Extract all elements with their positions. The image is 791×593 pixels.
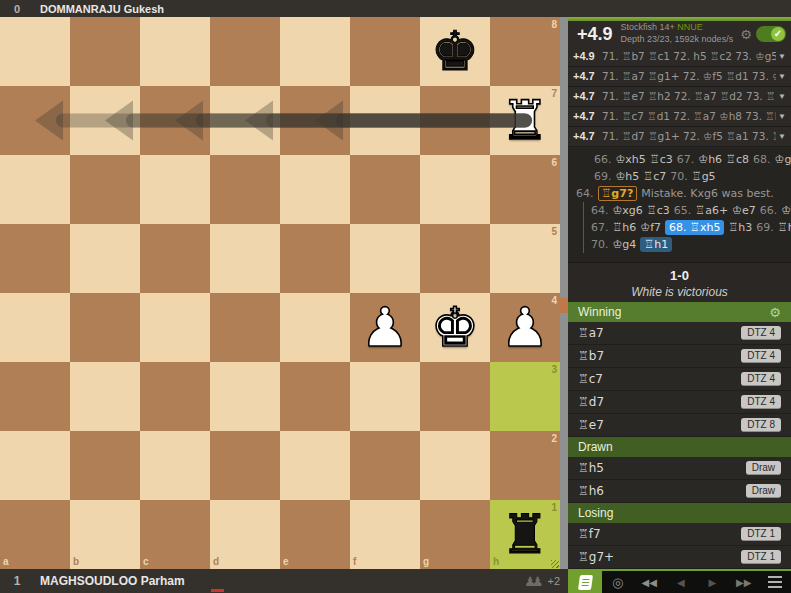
square-a1[interactable]: a: [0, 500, 70, 569]
square-a6[interactable]: [0, 155, 70, 224]
tablebase-title: Winning: [578, 305, 621, 319]
square-h4[interactable]: 4♟: [490, 293, 560, 362]
square-a7[interactable]: [0, 86, 70, 155]
dtz-badge: Draw: [746, 484, 781, 498]
tablebase-move-label: ♖d7: [578, 395, 604, 409]
variation-row: 67.♖h6♔f768. ♖xh5♖h369.♖h7+♔g8: [591, 219, 791, 236]
move-token: 70.: [591, 238, 609, 251]
board-resize-handle[interactable]: [551, 560, 559, 568]
square-g6[interactable]: [420, 155, 490, 224]
expand-line-icon[interactable]: ▼: [778, 72, 786, 81]
move-token[interactable]: ♖h6: [613, 221, 637, 234]
move-token[interactable]: ♖c3: [650, 153, 673, 166]
variation-row: 64.♔xg6♖c365.♖a6+♔e766.♔xf5♖xg3: [591, 202, 791, 219]
move-token[interactable]: ♔g4: [613, 238, 637, 251]
square-e5[interactable]: [280, 224, 350, 293]
tablebase-move-f7[interactable]: ♖f7DTZ 1: [568, 523, 791, 546]
result-block: 1-0 White is victorious: [568, 262, 791, 302]
square-d3[interactable]: [210, 362, 280, 431]
tablebase-header-losing: Losing: [568, 503, 791, 523]
square-g8[interactable]: ♚: [420, 17, 490, 86]
square-c4[interactable]: [140, 293, 210, 362]
engine-eval: +4.9: [577, 24, 613, 45]
rank-label-6: 6: [551, 158, 557, 168]
dtz-badge: DTZ 1: [741, 527, 781, 541]
line-eval: +4.9: [573, 50, 602, 62]
book-icon: [577, 575, 592, 590]
tablebase-move-label: ♖g7+: [578, 550, 614, 564]
move-token[interactable]: ♔f7: [640, 221, 661, 234]
expand-line-icon[interactable]: ▼: [778, 112, 786, 121]
previous-move-button[interactable]: ◀: [665, 571, 697, 593]
tablebase-title: Losing: [578, 506, 613, 520]
rank-label-8: 8: [551, 20, 557, 30]
move-token: 67.: [677, 153, 695, 166]
move-token: 69.: [594, 170, 612, 183]
square-a5[interactable]: [0, 224, 70, 293]
tablebase-move-a7[interactable]: ♖a7DTZ 4: [568, 322, 791, 345]
square-a4[interactable]: [0, 293, 70, 362]
move-list: 66.♔xh5♖c367.♔h6♖c868.♔g5♖c369.♔h5♖c770.…: [568, 147, 791, 263]
analysis-book-button[interactable]: [568, 571, 602, 593]
line-moves: 71. ♖e7 ♖h2 72. ♖a7 ♖d2 73. ♖b7 ♔h8...: [602, 90, 776, 102]
square-d2[interactable]: [210, 431, 280, 500]
square-g5[interactable]: [420, 224, 490, 293]
dtz-badge: DTZ 4: [741, 326, 781, 340]
tablebase-header-winning: Winning⚙: [568, 302, 791, 322]
file-label-g: g: [423, 557, 429, 567]
move-token: 65.: [674, 204, 692, 217]
move-token: 70.: [670, 170, 688, 183]
square-e3[interactable]: [280, 362, 350, 431]
engine-header: +4.9 Stockfish 14+ NNUE Depth 23/23, 159…: [568, 21, 791, 46]
expand-line-icon[interactable]: ▼: [778, 132, 786, 141]
top-player-name: DOMMANRAJU Gukesh: [40, 3, 164, 15]
last-move-button[interactable]: ▶▶: [728, 571, 760, 593]
chess-board[interactable]: ♚87♜65♟♚4♟32abcdefg1h♜: [0, 17, 560, 569]
line-moves: 71. ♖d7 ♖g1+ 72. ♔f5 ♖a1 73. ♖b7 ♖a...: [602, 130, 776, 142]
square-a3[interactable]: [0, 362, 70, 431]
engine-line-1[interactable]: +4.971. ♖b7 ♖c1 72. h5 ♖c2 73. ♔g5 ♖c3 7…: [568, 47, 791, 67]
dtz-badge: DTZ 4: [741, 395, 781, 409]
tablebase-move-e7[interactable]: ♖e7DTZ 8: [568, 414, 791, 437]
move-row: 69.♔h5♖c770.♖g5: [568, 168, 791, 185]
dtz-badge: DTZ 8: [741, 418, 781, 432]
bottom-toolbar: ◎ ◀◀ ◀ ▶ ▶▶: [568, 569, 791, 593]
square-b2[interactable]: [70, 431, 140, 500]
file-label-e: e: [283, 557, 289, 567]
move-token[interactable]: ♖g5: [692, 170, 716, 183]
engine-name: Stockfish 14+: [621, 22, 675, 32]
move-row: 66.♔xh5♖c367.♔h6♖c868.♔g5♖c3: [568, 151, 791, 168]
top-player-bar: 0 DOMMANRAJU Gukesh: [0, 0, 791, 17]
square-c6[interactable]: [140, 155, 210, 224]
line-moves: 71. ♖c7 ♖d1 72. ♖a7 ♔h8 73. ♖b7 ♖d3...: [602, 110, 776, 122]
square-c5[interactable]: [140, 224, 210, 293]
gauge-marker: [560, 298, 568, 313]
tablebase-move-b7[interactable]: ♖b7DTZ 4: [568, 345, 791, 368]
line-eval: +4.7: [573, 70, 602, 82]
square-g4[interactable]: ♚: [420, 293, 490, 362]
move-token: 66.: [594, 153, 612, 166]
line-moves: 71. ♖a7 ♖g1+ 72. ♔f5 ♖d1 73. ♔f6 ♖d6...: [602, 70, 776, 82]
engine-line-2[interactable]: +4.771. ♖a7 ♖g1+ 72. ♔f5 ♖d1 73. ♔f6 ♖d6…: [568, 67, 791, 87]
engine-depth: Depth 23/23, 1592k nodes/s: [621, 34, 741, 46]
square-f3[interactable]: [350, 362, 420, 431]
move-token[interactable]: ♔xg6: [613, 204, 643, 217]
chess-analysis-app: 0 DOMMANRAJU Gukesh ♚87♜65♟♚4♟32abcdefg1…: [0, 0, 791, 593]
square-h5[interactable]: 5: [490, 224, 560, 293]
tablebase-move-h6[interactable]: ♖h6Draw: [568, 480, 791, 503]
material-advantage: ♟♟ +2: [524, 574, 560, 589]
square-b5[interactable]: [70, 224, 140, 293]
move-token[interactable]: ♔g5: [775, 153, 791, 166]
square-f8[interactable]: [350, 17, 420, 86]
square-d5[interactable]: [210, 224, 280, 293]
move-token: 64.: [576, 187, 594, 200]
rank-label-2: 2: [551, 434, 557, 444]
file-label-a: a: [3, 557, 9, 567]
first-move-button[interactable]: ◀◀: [634, 571, 666, 593]
expand-line-icon[interactable]: ▼: [778, 52, 786, 61]
engine-toggle[interactable]: ✓: [756, 26, 786, 42]
tablebase-move-label: ♖a7: [578, 326, 604, 340]
bottom-player-name: MAGHSOUDLOO Parham: [40, 574, 185, 588]
square-c1[interactable]: c: [140, 500, 210, 569]
dtz-badge: DTZ 4: [741, 349, 781, 363]
move-row: 64.♖g7?Mistake. Kxg6 was best.: [568, 185, 791, 202]
next-move-button[interactable]: ▶: [697, 571, 729, 593]
square-c7[interactable]: [140, 86, 210, 155]
move-token[interactable]: ♔xh5: [616, 153, 646, 166]
square-c8[interactable]: [140, 17, 210, 86]
square-b7[interactable]: [70, 86, 140, 155]
move-token[interactable]: ♖c7: [643, 170, 666, 183]
square-h7[interactable]: 7♜: [490, 86, 560, 155]
move-token: 66.: [760, 204, 778, 217]
square-g7[interactable]: [420, 86, 490, 155]
piece-wP-f4[interactable]: ♟: [350, 293, 420, 362]
move-token[interactable]: ♔h5: [616, 170, 640, 183]
square-f5[interactable]: [350, 224, 420, 293]
result-text: White is victorious: [568, 285, 791, 299]
engine-line-5[interactable]: +4.771. ♖d7 ♖g1+ 72. ♔f5 ♖a1 73. ♖b7 ♖a.…: [568, 127, 791, 147]
top-player-score: 0: [6, 3, 28, 15]
file-label-d: d: [213, 557, 219, 567]
square-f6[interactable]: [350, 155, 420, 224]
result-score: 1-0: [568, 268, 791, 283]
line-eval: +4.7: [573, 130, 602, 142]
move-token[interactable]: 68. ♖xh5: [665, 220, 724, 235]
square-g2[interactable]: [420, 431, 490, 500]
tablebase-move-g7+[interactable]: ♖g7+DTZ 1: [568, 546, 791, 569]
square-b6[interactable]: [70, 155, 140, 224]
move-token: 64.: [591, 204, 609, 217]
square-f2[interactable]: [350, 431, 420, 500]
dtz-badge: Draw: [746, 461, 781, 475]
square-e6[interactable]: [280, 155, 350, 224]
square-f7[interactable]: [350, 86, 420, 155]
tablebase-move-label: ♖f7: [578, 527, 601, 541]
engine-line-3[interactable]: +4.771. ♖e7 ♖h2 72. ♖a7 ♖d2 73. ♖b7 ♔h8.…: [568, 87, 791, 107]
analysis-panel: +4.9 Stockfish 14+ NNUE Depth 23/23, 159…: [568, 17, 791, 593]
square-d1[interactable]: d: [210, 500, 280, 569]
square-f1[interactable]: f: [350, 500, 420, 569]
square-h2[interactable]: 2: [490, 431, 560, 500]
menu-button[interactable]: [760, 571, 791, 593]
move-token[interactable]: ♖h3: [728, 221, 752, 234]
square-e8[interactable]: [280, 17, 350, 86]
dtz-badge: DTZ 1: [741, 550, 781, 564]
expand-line-icon[interactable]: ▼: [778, 92, 786, 101]
move-token[interactable]: ♔h6: [698, 153, 722, 166]
tablebase-title: Drawn: [578, 440, 613, 454]
tablebase-move-label: ♖c7: [578, 372, 603, 386]
dtz-badge: DTZ 4: [741, 372, 781, 386]
material-count: +2: [547, 575, 560, 587]
tablebase-move-label: ♖h5: [578, 461, 604, 475]
tablebase-move-c7[interactable]: ♖c7DTZ 4: [568, 368, 791, 391]
line-eval: +4.7: [573, 110, 602, 122]
piece-wK-g4[interactable]: ♚: [420, 293, 490, 362]
toggle-check-icon: ✓: [771, 27, 785, 41]
square-c3[interactable]: [140, 362, 210, 431]
move-token: 69.: [756, 221, 774, 234]
square-d6[interactable]: [210, 155, 280, 224]
tablebase-settings-icon[interactable]: ⚙: [769, 305, 781, 320]
tablebase-move-h5[interactable]: ♖h5Draw: [568, 457, 791, 480]
square-d4[interactable]: [210, 293, 280, 362]
tablebase-move-label: ♖h6: [578, 484, 604, 498]
square-d7[interactable]: [210, 86, 280, 155]
file-label-c: c: [143, 557, 149, 567]
square-a2[interactable]: [0, 431, 70, 500]
engine-settings-icon[interactable]: ⚙: [740, 27, 752, 42]
line-moves: 71. ♖b7 ♖c1 72. h5 ♖c2 73. ♔g5 ♖c3 7...: [602, 50, 776, 62]
square-b4[interactable]: [70, 293, 140, 362]
practice-target-button[interactable]: ◎: [602, 571, 634, 593]
file-label-f: f: [353, 557, 356, 567]
move-token: 67.: [591, 221, 609, 234]
square-f4[interactable]: ♟: [350, 293, 420, 362]
tablebase-move-label: ♖b7: [578, 349, 604, 363]
square-h1[interactable]: 1h♜: [490, 500, 560, 569]
engine-info: Stockfish 14+ NNUE Depth 23/23, 1592k no…: [621, 22, 741, 45]
variation-block: 64.♔xg6♖c365.♖a6+♔e766.♔xf5♖xg367.♖h6♔f7…: [583, 202, 791, 253]
piece-bK-g8[interactable]: ♚: [420, 17, 490, 86]
move-token[interactable]: ♔e7: [732, 204, 756, 217]
engine-lines: +4.971. ♖b7 ♖c1 72. h5 ♖c2 73. ♔g5 ♖c3 7…: [568, 47, 791, 147]
bottom-player-score: 1: [6, 574, 28, 588]
line-eval: +4.7: [573, 90, 602, 102]
move-token[interactable]: ♖c8: [726, 153, 749, 166]
square-b3[interactable]: [70, 362, 140, 431]
tablebase-move-d7[interactable]: ♖d7DTZ 4: [568, 391, 791, 414]
square-d8[interactable]: [210, 17, 280, 86]
file-label-b: b: [73, 557, 79, 567]
square-g3[interactable]: [420, 362, 490, 431]
move-token[interactable]: ♖g7?: [598, 186, 638, 201]
pawn-icon: ♟♟: [524, 574, 539, 589]
move-token[interactable]: ♖a6+: [695, 204, 728, 217]
tablebase-move-label: ♖e7: [578, 418, 604, 432]
move-comment: Mistake. Kxg6 was best.: [641, 187, 774, 200]
tablebase-panel: Winning⚙♖a7DTZ 4♖b7DTZ 4♖c7DTZ 4♖d7DTZ 4…: [568, 302, 791, 569]
square-e4[interactable]: [280, 293, 350, 362]
square-e1[interactable]: e: [280, 500, 350, 569]
square-g1[interactable]: g: [420, 500, 490, 569]
variation-row: 70.♔g4♖h1: [591, 236, 791, 253]
scroll-marker: [211, 589, 224, 592]
bottom-player-bar: 1 MAGHSOUDLOO Parham ♟♟ +2: [0, 569, 568, 593]
square-h3[interactable]: 3: [490, 362, 560, 431]
square-b1[interactable]: b: [70, 500, 140, 569]
move-token[interactable]: ♔xf5: [781, 204, 791, 217]
nnue-label: NNUE: [677, 22, 703, 32]
square-a8[interactable]: [0, 17, 70, 86]
square-c2[interactable]: [140, 431, 210, 500]
hamburger-icon: [768, 576, 782, 588]
square-b8[interactable]: [70, 17, 140, 86]
square-e2[interactable]: [280, 431, 350, 500]
square-h6[interactable]: 6: [490, 155, 560, 224]
move-token[interactable]: ♖h7+: [778, 221, 791, 234]
tablebase-header-drawn: Drawn: [568, 437, 791, 457]
move-token[interactable]: ♖c3: [647, 204, 670, 217]
rank-label-3: 3: [551, 365, 557, 375]
piece-wR-h7[interactable]: ♜: [490, 86, 560, 155]
engine-line-4[interactable]: +4.771. ♖c7 ♖d1 72. ♖a7 ♔h8 73. ♖b7 ♖d3.…: [568, 107, 791, 127]
move-token: 68.: [753, 153, 771, 166]
move-token[interactable]: ♖h1: [640, 237, 672, 252]
piece-wP-h4[interactable]: ♟: [490, 293, 560, 362]
rank-label-5: 5: [551, 227, 557, 237]
eval-gauge: [560, 17, 568, 569]
piece-bR-h1[interactable]: ♜: [490, 500, 560, 569]
square-h8[interactable]: 8: [490, 17, 560, 86]
square-e7[interactable]: [280, 86, 350, 155]
